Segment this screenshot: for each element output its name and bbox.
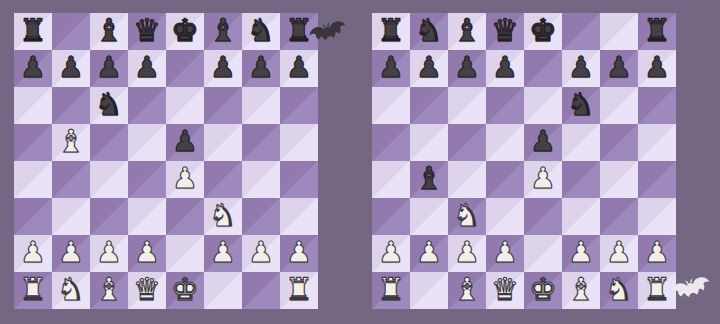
square-e8[interactable]: ♚ <box>166 13 204 50</box>
piece-white-bishop: ♝ <box>567 274 595 305</box>
piece-black-pawn: ♟ <box>644 53 670 82</box>
square-g1[interactable]: ♞ <box>600 272 638 309</box>
square-e2[interactable] <box>166 235 204 272</box>
piece-black-pawn: ♟ <box>210 53 236 82</box>
square-h6[interactable] <box>638 87 676 124</box>
square-c3[interactable]: ♞ <box>448 198 486 235</box>
square-e5[interactable]: ♟ <box>524 124 562 161</box>
piece-white-pawn: ♟ <box>644 238 670 267</box>
piece-white-bishop: ♝ <box>453 274 481 305</box>
square-g3[interactable] <box>600 198 638 235</box>
square-g2[interactable]: ♟ <box>242 235 280 272</box>
piece-black-pawn: ♟ <box>58 53 84 82</box>
piece-black-pawn: ♟ <box>20 53 46 82</box>
chess-board-left: ♜♝♛♚♝♞♜♟♟♟♟♟♟♟♞♝♟♟♞♟♟♟♟♟♟♟♜♞♝♛♚♜ <box>14 13 318 309</box>
square-d5[interactable] <box>128 124 166 161</box>
square-a7[interactable]: ♟ <box>14 50 52 87</box>
square-b1[interactable]: ♞ <box>52 272 90 309</box>
piece-black-pawn: ♟ <box>416 53 442 82</box>
square-h5[interactable] <box>280 124 318 161</box>
piece-white-pawn: ♟ <box>530 164 556 193</box>
piece-white-pawn: ♟ <box>20 238 46 267</box>
square-c4[interactable] <box>90 161 128 198</box>
square-c2[interactable]: ♟ <box>448 235 486 272</box>
piece-white-knight: ♞ <box>57 274 85 305</box>
square-a5[interactable] <box>14 124 52 161</box>
piece-white-king: ♚ <box>529 274 557 305</box>
piece-black-pawn: ♟ <box>172 127 198 156</box>
square-c6[interactable] <box>448 87 486 124</box>
square-d6[interactable] <box>128 87 166 124</box>
square-e7[interactable] <box>166 50 204 87</box>
piece-black-bishop: ♝ <box>209 15 237 46</box>
piece-black-rook: ♜ <box>377 15 405 46</box>
piece-white-pawn: ♟ <box>96 238 122 267</box>
piece-black-queen: ♛ <box>491 15 519 46</box>
square-h7[interactable]: ♟ <box>280 50 318 87</box>
square-g7[interactable]: ♟ <box>600 50 638 87</box>
square-b4[interactable]: ♝ <box>410 161 448 198</box>
square-h2[interactable]: ♟ <box>280 235 318 272</box>
square-d7[interactable]: ♟ <box>486 50 524 87</box>
square-g2[interactable]: ♟ <box>600 235 638 272</box>
piece-black-pawn: ♟ <box>248 53 274 82</box>
piece-white-pawn: ♟ <box>416 238 442 267</box>
piece-black-king: ♚ <box>529 15 557 46</box>
square-e1[interactable]: ♚ <box>166 272 204 309</box>
piece-white-pawn: ♟ <box>248 238 274 267</box>
piece-white-bishop: ♝ <box>95 274 123 305</box>
square-a3[interactable] <box>14 198 52 235</box>
piece-black-pawn: ♟ <box>454 53 480 82</box>
square-g7[interactable]: ♟ <box>242 50 280 87</box>
square-d4[interactable] <box>128 161 166 198</box>
chess-board-right: ♜♞♝♛♚♜♟♟♟♟♟♟♟♞♟♝♟♞♟♟♟♟♟♟♟♜♝♛♚♝♞♜ <box>372 13 676 309</box>
square-e1[interactable]: ♚ <box>524 272 562 309</box>
square-d2[interactable]: ♟ <box>128 235 166 272</box>
square-f5[interactable] <box>204 124 242 161</box>
square-d3[interactable] <box>486 198 524 235</box>
square-d7[interactable]: ♟ <box>128 50 166 87</box>
square-d5[interactable] <box>486 124 524 161</box>
square-a4[interactable] <box>372 161 410 198</box>
square-b6[interactable] <box>410 87 448 124</box>
square-b4[interactable] <box>52 161 90 198</box>
square-h3[interactable] <box>638 198 676 235</box>
square-f4[interactable] <box>204 161 242 198</box>
square-c7[interactable]: ♟ <box>90 50 128 87</box>
piece-white-pawn: ♟ <box>134 238 160 267</box>
piece-white-knight: ♞ <box>605 274 633 305</box>
square-f7[interactable]: ♟ <box>204 50 242 87</box>
piece-black-knight: ♞ <box>95 89 123 120</box>
piece-black-pawn: ♟ <box>530 127 556 156</box>
square-a3[interactable] <box>372 198 410 235</box>
piece-black-king: ♚ <box>171 15 199 46</box>
piece-white-pawn: ♟ <box>454 238 480 267</box>
square-b6[interactable] <box>52 87 90 124</box>
piece-white-pawn: ♟ <box>492 238 518 267</box>
square-f6[interactable] <box>204 87 242 124</box>
square-c1[interactable]: ♝ <box>90 272 128 309</box>
piece-black-queen: ♛ <box>133 15 161 46</box>
square-c4[interactable] <box>448 161 486 198</box>
square-g6[interactable] <box>600 87 638 124</box>
square-g4[interactable] <box>242 161 280 198</box>
square-f1[interactable]: ♝ <box>562 272 600 309</box>
square-g4[interactable] <box>600 161 638 198</box>
piece-white-rook: ♜ <box>285 274 313 305</box>
piece-black-pawn: ♟ <box>286 53 312 82</box>
square-a6[interactable] <box>14 87 52 124</box>
square-f8[interactable] <box>562 13 600 50</box>
square-f5[interactable] <box>562 124 600 161</box>
square-f7[interactable]: ♟ <box>562 50 600 87</box>
square-c1[interactable]: ♝ <box>448 272 486 309</box>
square-c6[interactable]: ♞ <box>90 87 128 124</box>
square-b2[interactable]: ♟ <box>410 235 448 272</box>
square-c8[interactable]: ♝ <box>448 13 486 50</box>
square-e4[interactable]: ♟ <box>524 161 562 198</box>
square-a4[interactable] <box>14 161 52 198</box>
square-g5[interactable] <box>600 124 638 161</box>
square-e7[interactable] <box>524 50 562 87</box>
square-d4[interactable] <box>486 161 524 198</box>
square-b1[interactable] <box>410 272 448 309</box>
piece-black-pawn: ♟ <box>568 53 594 82</box>
square-e6[interactable] <box>166 87 204 124</box>
square-c7[interactable]: ♟ <box>448 50 486 87</box>
piece-black-bishop: ♝ <box>415 163 443 194</box>
square-a8[interactable]: ♜ <box>372 13 410 50</box>
square-e3[interactable] <box>524 198 562 235</box>
square-g8[interactable]: ♞ <box>242 13 280 50</box>
square-b5[interactable]: ♝ <box>52 124 90 161</box>
square-b3[interactable] <box>410 198 448 235</box>
square-e5[interactable]: ♟ <box>166 124 204 161</box>
piece-black-pawn: ♟ <box>134 53 160 82</box>
square-e2[interactable] <box>524 235 562 272</box>
square-b7[interactable]: ♟ <box>52 50 90 87</box>
square-a2[interactable]: ♟ <box>372 235 410 272</box>
square-a1[interactable]: ♜ <box>372 272 410 309</box>
piece-black-knight: ♞ <box>567 89 595 120</box>
square-d3[interactable] <box>128 198 166 235</box>
square-h4[interactable] <box>638 161 676 198</box>
square-b8[interactable]: ♞ <box>410 13 448 50</box>
square-d8[interactable]: ♛ <box>128 13 166 50</box>
square-f2[interactable]: ♟ <box>562 235 600 272</box>
square-c8[interactable]: ♝ <box>90 13 128 50</box>
piece-black-pawn: ♟ <box>378 53 404 82</box>
square-d6[interactable] <box>486 87 524 124</box>
piece-white-pawn: ♟ <box>58 238 84 267</box>
square-b3[interactable] <box>52 198 90 235</box>
piece-black-pawn: ♟ <box>96 53 122 82</box>
square-e4[interactable]: ♟ <box>166 161 204 198</box>
scene: ♜♝♛♚♝♞♜♟♟♟♟♟♟♟♞♝♟♟♞♟♟♟♟♟♟♟♜♞♝♛♚♜ ♜♞♝♛♚♜♟… <box>0 0 720 324</box>
piece-black-rook: ♜ <box>643 15 671 46</box>
piece-black-bishop: ♝ <box>95 15 123 46</box>
piece-white-king: ♚ <box>171 274 199 305</box>
piece-black-pawn: ♟ <box>606 53 632 82</box>
square-h7[interactable]: ♟ <box>638 50 676 87</box>
square-a8[interactable]: ♜ <box>14 13 52 50</box>
square-b5[interactable] <box>410 124 448 161</box>
piece-white-queen: ♛ <box>133 274 161 305</box>
piece-white-pawn: ♟ <box>568 238 594 267</box>
square-f8[interactable]: ♝ <box>204 13 242 50</box>
square-g8[interactable] <box>600 13 638 50</box>
piece-black-knight: ♞ <box>247 15 275 46</box>
square-d8[interactable]: ♛ <box>486 13 524 50</box>
square-b2[interactable]: ♟ <box>52 235 90 272</box>
square-c5[interactable] <box>90 124 128 161</box>
square-h2[interactable]: ♟ <box>638 235 676 272</box>
square-b7[interactable]: ♟ <box>410 50 448 87</box>
square-f1[interactable] <box>204 272 242 309</box>
piece-white-rook: ♜ <box>19 274 47 305</box>
square-h4[interactable] <box>280 161 318 198</box>
piece-white-pawn: ♟ <box>286 238 312 267</box>
square-a7[interactable]: ♟ <box>372 50 410 87</box>
piece-white-queen: ♛ <box>491 274 519 305</box>
square-d1[interactable]: ♛ <box>128 272 166 309</box>
square-f3[interactable] <box>562 198 600 235</box>
piece-black-rook: ♜ <box>19 15 47 46</box>
piece-white-pawn: ♟ <box>172 164 198 193</box>
square-h6[interactable] <box>280 87 318 124</box>
square-d2[interactable]: ♟ <box>486 235 524 272</box>
piece-white-pawn: ♟ <box>210 238 236 267</box>
square-g3[interactable] <box>242 198 280 235</box>
square-a5[interactable] <box>372 124 410 161</box>
square-c5[interactable] <box>448 124 486 161</box>
piece-white-pawn: ♟ <box>378 238 404 267</box>
piece-black-bishop: ♝ <box>453 15 481 46</box>
piece-white-rook: ♜ <box>377 274 405 305</box>
square-f4[interactable] <box>562 161 600 198</box>
square-f6[interactable]: ♞ <box>562 87 600 124</box>
square-f2[interactable]: ♟ <box>204 235 242 272</box>
square-g6[interactable] <box>242 87 280 124</box>
square-h1[interactable]: ♜ <box>280 272 318 309</box>
square-c2[interactable]: ♟ <box>90 235 128 272</box>
square-a2[interactable]: ♟ <box>14 235 52 272</box>
square-d1[interactable]: ♛ <box>486 272 524 309</box>
square-c3[interactable] <box>90 198 128 235</box>
piece-white-pawn: ♟ <box>606 238 632 267</box>
piece-white-knight: ♞ <box>453 200 481 231</box>
piece-black-knight: ♞ <box>415 15 443 46</box>
square-a6[interactable] <box>372 87 410 124</box>
square-g1[interactable] <box>242 272 280 309</box>
piece-white-knight: ♞ <box>209 200 237 231</box>
square-h3[interactable] <box>280 198 318 235</box>
square-b8[interactable] <box>52 13 90 50</box>
square-e3[interactable] <box>166 198 204 235</box>
square-h8[interactable]: ♜ <box>638 13 676 50</box>
square-h5[interactable] <box>638 124 676 161</box>
square-g5[interactable] <box>242 124 280 161</box>
piece-black-pawn: ♟ <box>492 53 518 82</box>
square-e6[interactable] <box>524 87 562 124</box>
square-a1[interactable]: ♜ <box>14 272 52 309</box>
square-e8[interactable]: ♚ <box>524 13 562 50</box>
piece-white-bishop: ♝ <box>57 126 85 157</box>
square-f3[interactable]: ♞ <box>204 198 242 235</box>
